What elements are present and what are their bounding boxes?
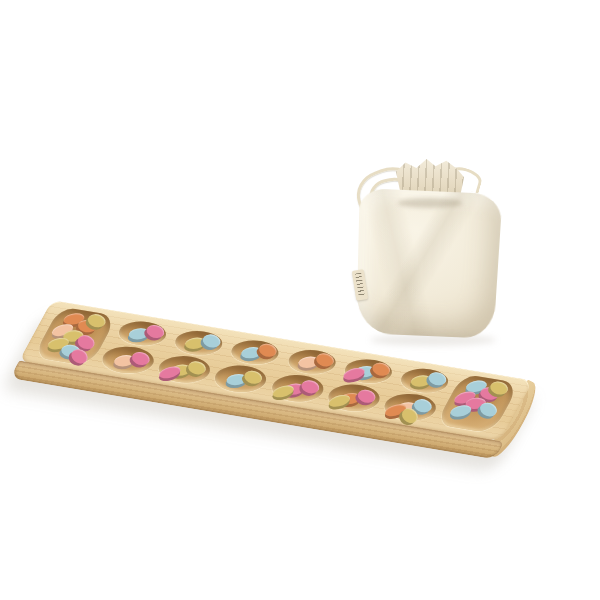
disc-yellow — [272, 383, 294, 398]
pit-back-5[interactable] — [340, 356, 397, 386]
storage-bag — [350, 146, 514, 344]
pit-front-2[interactable] — [153, 353, 216, 386]
pit-front-5[interactable] — [322, 381, 385, 414]
bag-cinch-shadow — [398, 198, 462, 208]
disc-pink — [355, 387, 379, 405]
disc-blue — [200, 331, 224, 349]
disc-pink — [159, 364, 181, 379]
pit-back-2[interactable] — [170, 327, 227, 357]
pit-front-6[interactable] — [379, 390, 442, 423]
disc-pink — [343, 366, 365, 381]
product-photo-scene — [0, 0, 600, 600]
disc-orange — [256, 341, 280, 359]
pit-back-6[interactable] — [396, 365, 453, 395]
disc-pink — [129, 349, 153, 367]
disc-orange — [369, 360, 393, 378]
bag-floor-shadow — [370, 334, 496, 346]
pit-front-4[interactable] — [266, 372, 329, 405]
pit-back-1[interactable] — [114, 318, 171, 348]
pit-back-4[interactable] — [283, 346, 340, 376]
bag-body — [356, 188, 502, 339]
pit-front-3[interactable] — [209, 362, 272, 395]
disc-pink — [143, 322, 167, 340]
pit-front-1[interactable] — [96, 343, 159, 376]
disc-yellow — [242, 368, 266, 386]
disc-pink — [298, 377, 322, 395]
disc-orange — [313, 350, 337, 368]
disc-yellow — [185, 358, 209, 376]
disc-blue — [449, 404, 472, 418]
pit-back-3[interactable] — [227, 337, 284, 367]
disc-yellow — [329, 393, 351, 408]
disc-blue — [426, 369, 450, 387]
